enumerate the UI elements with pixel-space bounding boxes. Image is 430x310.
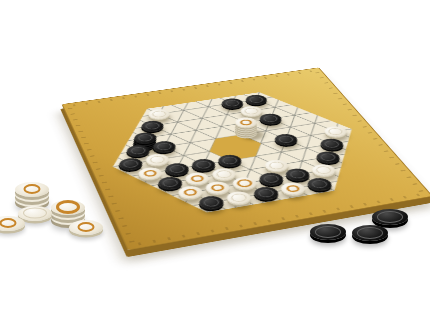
engraved-ring-mark bbox=[224, 99, 241, 107]
white-piece-q-1r4[interactable] bbox=[278, 181, 308, 196]
orange-ring-mark bbox=[142, 169, 158, 177]
black-piece-q-1r1[interactable] bbox=[215, 153, 244, 167]
engraved-ring-mark bbox=[229, 193, 249, 203]
on-board-pieces bbox=[63, 68, 430, 249]
engraved-ring-mark bbox=[314, 166, 334, 176]
captured-white-stack-3[interactable] bbox=[15, 182, 49, 197]
engraved-ring-mark bbox=[23, 208, 47, 219]
black-piece-q-1r-3[interactable] bbox=[139, 119, 166, 132]
engraved-ring-mark bbox=[277, 135, 295, 144]
engraved-ring-mark bbox=[161, 178, 180, 188]
captured-black-piece[interactable] bbox=[372, 209, 408, 225]
engraved-ring-mark bbox=[262, 115, 280, 123]
black-piece-q2r0[interactable] bbox=[272, 133, 300, 146]
engraved-ring-mark bbox=[377, 211, 403, 223]
orange-ring-mark bbox=[24, 184, 41, 194]
engraved-ring-mark bbox=[148, 155, 166, 164]
captured-white-piece[interactable] bbox=[18, 206, 52, 221]
engraved-ring-mark bbox=[194, 160, 213, 169]
engraved-ring-mark bbox=[318, 152, 337, 161]
black-piece-q3r1[interactable] bbox=[317, 137, 346, 151]
engraved-ring-mark bbox=[129, 146, 147, 155]
captured-black-piece[interactable] bbox=[310, 224, 346, 240]
black-piece-q-2r4[interactable] bbox=[251, 186, 281, 202]
orange-ring-mark bbox=[182, 188, 198, 197]
engraved-ring-mark bbox=[310, 179, 330, 189]
captured-white-piece[interactable] bbox=[69, 220, 103, 235]
engraved-ring-mark bbox=[256, 188, 276, 198]
engraved-ring-mark bbox=[220, 156, 239, 165]
engraved-ring-mark bbox=[214, 169, 233, 179]
black-piece-q-2r-1[interactable] bbox=[151, 140, 179, 154]
scene bbox=[0, 0, 430, 310]
captured-white-stack-3[interactable] bbox=[51, 200, 85, 215]
orange-ring-mark bbox=[189, 174, 205, 182]
black-piece-q0r4[interactable] bbox=[304, 177, 335, 192]
engraved-ring-mark bbox=[168, 164, 187, 173]
black-piece-q4r-4[interactable] bbox=[243, 94, 270, 106]
engraved-ring-mark bbox=[248, 96, 265, 104]
orange-ring-mark bbox=[210, 184, 226, 192]
orange-ring-mark bbox=[78, 222, 95, 232]
white-piece-q-3r4[interactable] bbox=[224, 190, 254, 206]
engraved-ring-mark bbox=[144, 122, 161, 130]
engraved-ring-mark bbox=[262, 174, 281, 184]
white-piece-q1r3[interactable] bbox=[309, 163, 339, 178]
engraved-ring-mark bbox=[357, 227, 383, 239]
white-piece-q4r0[interactable] bbox=[321, 125, 350, 138]
white-piece-q0r-4[interactable] bbox=[146, 108, 172, 120]
orange-ring-large-mark bbox=[56, 200, 80, 214]
engraved-ring-mark bbox=[122, 159, 140, 168]
orange-ring-large-mark bbox=[235, 179, 254, 189]
game-board bbox=[62, 67, 430, 250]
engraved-ring-mark bbox=[151, 110, 168, 118]
black-piece-q-4r4[interactable] bbox=[196, 195, 226, 211]
engraved-ring-mark bbox=[288, 170, 307, 180]
engraved-ring-mark bbox=[202, 197, 222, 207]
white-stack-4-q2r-2[interactable] bbox=[233, 116, 260, 129]
engraved-ring-mark bbox=[155, 142, 173, 151]
engraved-ring-mark bbox=[326, 127, 345, 136]
orange-ring-mark bbox=[0, 218, 17, 228]
orange-ring-mark bbox=[239, 119, 254, 126]
engraved-ring-mark bbox=[267, 161, 286, 170]
engraved-ring-mark bbox=[243, 107, 261, 115]
engraved-ring-mark bbox=[137, 134, 155, 143]
orange-ring-mark bbox=[285, 184, 302, 192]
engraved-ring-mark bbox=[322, 140, 341, 149]
black-piece-q3r-2[interactable] bbox=[257, 113, 284, 126]
captured-black-piece[interactable] bbox=[352, 225, 388, 241]
engraved-ring-mark bbox=[315, 226, 341, 238]
black-piece-q2r2[interactable] bbox=[313, 150, 343, 164]
